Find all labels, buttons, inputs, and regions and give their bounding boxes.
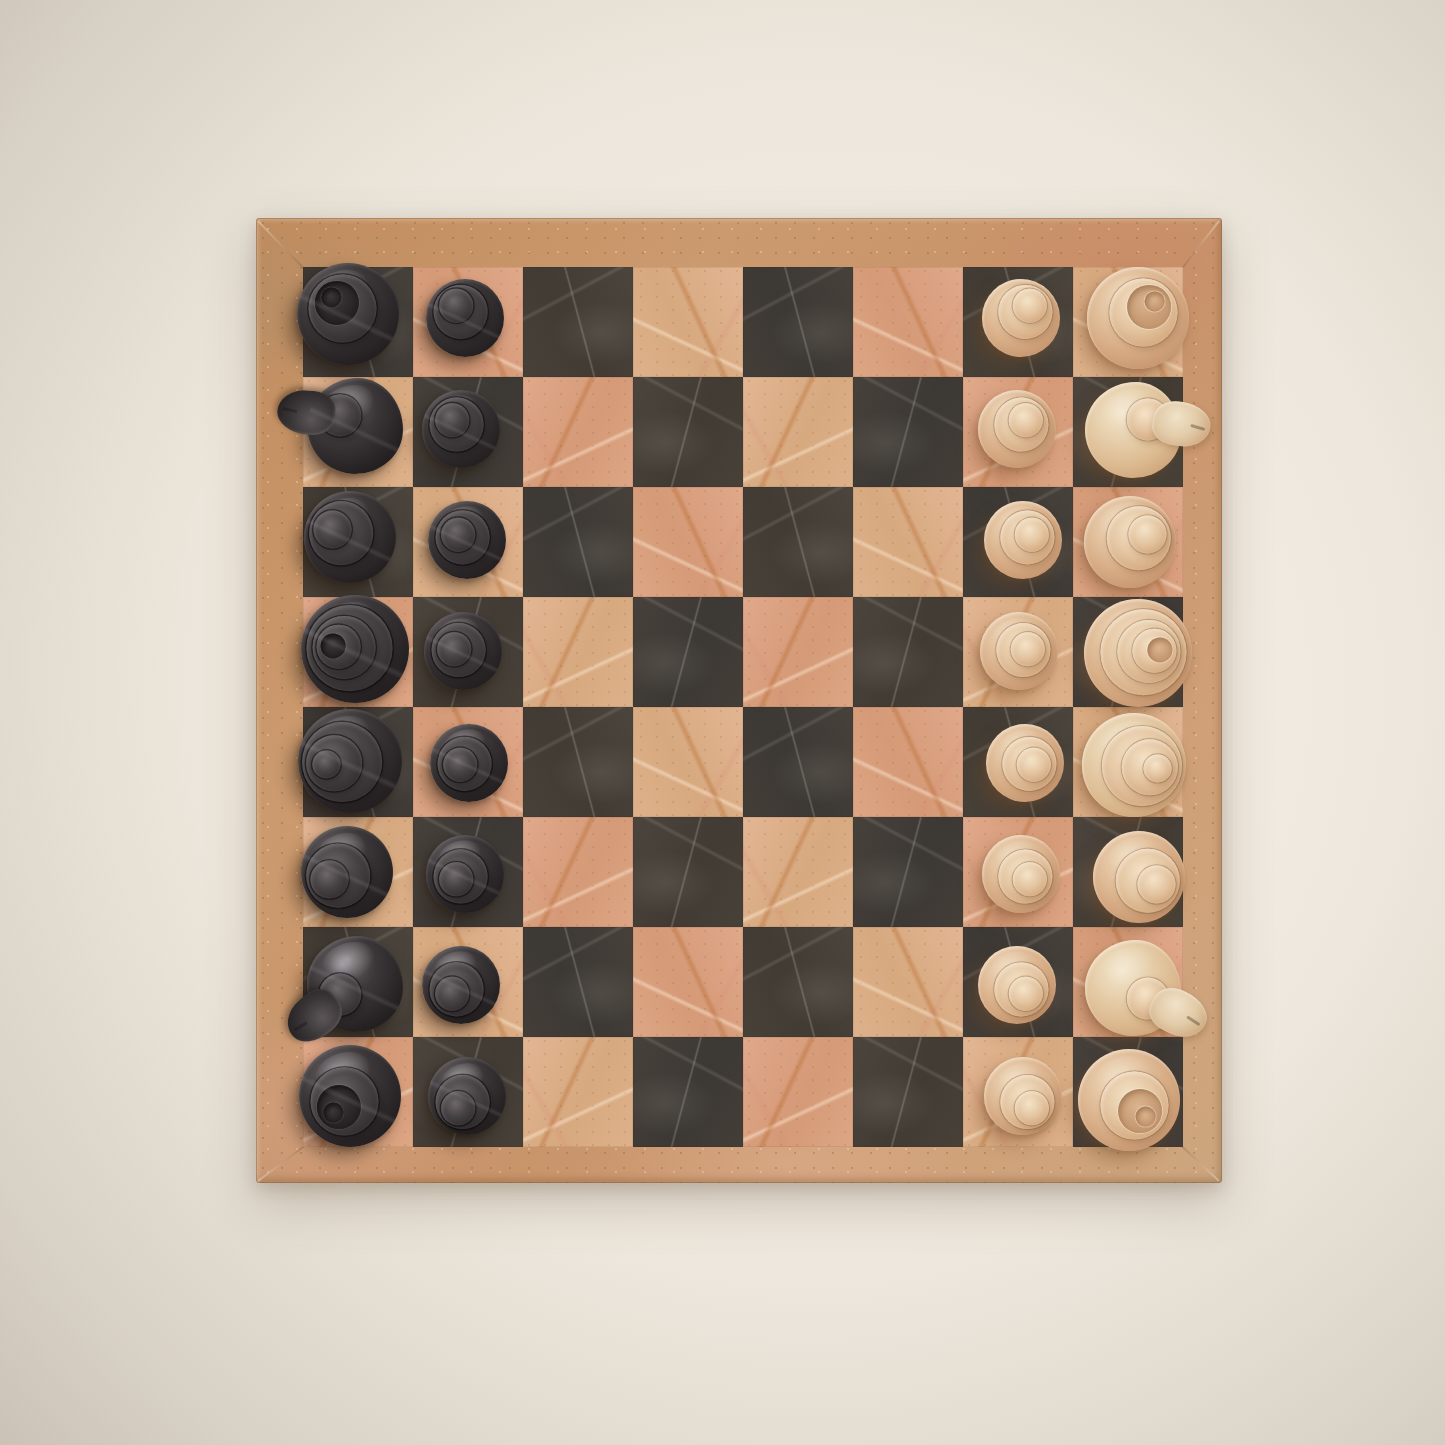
black-queen[interactable] [301, 595, 409, 703]
white-rook[interactable] [1087, 267, 1189, 369]
king-top-face [1144, 755, 1172, 783]
corner-bevel-top-right [1180, 220, 1220, 270]
corner-bevel-bottom-left [257, 1144, 306, 1182]
pawn-top-face [994, 398, 1048, 452]
knight-top-face [319, 394, 361, 436]
white-pawn[interactable] [980, 612, 1058, 690]
square-g4[interactable] [743, 927, 853, 1037]
white-queen[interactable] [1084, 599, 1192, 707]
square-f3[interactable] [853, 817, 963, 927]
square-a3[interactable] [853, 267, 963, 377]
pawn-top-face [998, 285, 1052, 339]
bishop-top-face [1107, 506, 1171, 570]
rook-top-face [1110, 279, 1178, 347]
king-top-face [302, 722, 382, 802]
black-pawn[interactable] [430, 724, 508, 802]
square-h4[interactable] [743, 1037, 853, 1147]
rook-top-face [317, 1085, 361, 1129]
queen-top-face [312, 616, 375, 679]
square-b5[interactable] [633, 377, 743, 487]
white-knight[interactable] [1085, 382, 1181, 478]
pawn-top-face [1013, 288, 1047, 322]
square-c5[interactable] [633, 487, 743, 597]
photo-backdrop: { "game": "chess", "scene": { "descripti… [0, 0, 1445, 1445]
pawn-top-face [998, 849, 1052, 903]
bishop-top-face [1128, 515, 1166, 553]
queen-top-face [1117, 620, 1180, 683]
pawn-top-face [441, 1092, 475, 1126]
knight-top-face [1127, 399, 1169, 441]
white-bishop[interactable] [1084, 496, 1176, 588]
pawn-top-face [437, 633, 471, 667]
pawn-top-face [1013, 862, 1047, 896]
white-pawn[interactable] [984, 1057, 1062, 1135]
square-a4[interactable] [743, 267, 853, 377]
knight-top-face [319, 973, 361, 1015]
rook-top-face [310, 1067, 378, 1135]
queen-top-face [320, 633, 345, 658]
pawn-top-face [435, 403, 469, 437]
square-f5[interactable] [633, 817, 743, 927]
bishop-top-face [307, 844, 371, 908]
pawn-top-face [444, 747, 478, 781]
pawn-top-face [994, 962, 1048, 1016]
bishop-top-face [313, 511, 351, 549]
pawn-top-face [438, 737, 492, 791]
black-pawn[interactable] [422, 390, 500, 468]
white-rook[interactable] [1078, 1049, 1180, 1151]
pawn-top-face [436, 511, 490, 565]
queen-top-face [316, 624, 360, 668]
square-h3[interactable] [853, 1037, 963, 1147]
queen-top-face [1147, 637, 1172, 662]
square-g6[interactable] [523, 927, 633, 1037]
pawn-top-face [1015, 1092, 1049, 1126]
square-h6[interactable] [523, 1037, 633, 1147]
black-king[interactable] [298, 709, 402, 813]
pawn-top-face [1008, 403, 1042, 437]
white-pawn[interactable] [982, 835, 1060, 913]
pawn-top-face [1001, 511, 1055, 565]
pawn-top-face [429, 962, 483, 1016]
black-knight[interactable] [307, 936, 403, 1032]
knight-top-face [1127, 978, 1169, 1020]
corner-bevel-top-left [257, 220, 304, 269]
queen-top-face [1100, 609, 1186, 695]
square-c6[interactable] [523, 487, 633, 597]
square-d4[interactable] [743, 597, 853, 707]
white-bishop[interactable] [1093, 831, 1185, 923]
square-g5[interactable] [633, 927, 743, 1037]
pawn-top-face [439, 288, 473, 322]
square-h5[interactable] [633, 1037, 743, 1147]
king-top-face [1122, 740, 1178, 796]
black-knight[interactable] [307, 378, 403, 474]
black-bishop[interactable] [301, 826, 393, 918]
square-b4[interactable] [743, 377, 853, 487]
pawn-top-face [429, 398, 483, 452]
square-f4[interactable] [743, 817, 853, 927]
square-d3[interactable] [853, 597, 963, 707]
white-pawn[interactable] [984, 501, 1062, 579]
bishop-top-face [1115, 849, 1179, 913]
rook-top-face [1101, 1072, 1169, 1140]
pawn-top-face [436, 1075, 490, 1129]
square-c3[interactable] [853, 487, 963, 597]
white-pawn[interactable] [982, 279, 1060, 357]
square-d6[interactable] [523, 597, 633, 707]
pawn-top-face [431, 623, 485, 677]
square-c4[interactable] [743, 487, 853, 597]
bishop-top-face [311, 861, 349, 899]
bishop-top-face [1137, 865, 1175, 903]
bishop-top-face [309, 501, 373, 565]
square-a6[interactable] [523, 267, 633, 377]
rook-top-face [1119, 1089, 1163, 1133]
black-pawn[interactable] [426, 279, 504, 357]
pawn-top-face [435, 977, 469, 1011]
black-pawn[interactable] [426, 835, 504, 913]
pawn-top-face [434, 285, 488, 339]
pawn-top-face [434, 849, 488, 903]
rook-top-face [323, 1102, 343, 1122]
square-e4[interactable] [743, 707, 853, 817]
rook-top-face [315, 281, 359, 325]
pawn-top-face [439, 862, 473, 896]
white-pawn[interactable] [978, 946, 1056, 1024]
rook-top-face [1127, 285, 1171, 329]
black-bishop[interactable] [304, 491, 396, 583]
pawn-top-face [1003, 737, 1057, 791]
black-pawn[interactable] [428, 1057, 506, 1135]
chess-board [256, 218, 1222, 1183]
pawn-top-face [996, 623, 1050, 677]
queen-top-face [306, 605, 392, 691]
square-e3[interactable] [853, 707, 963, 817]
white-knight[interactable] [1085, 940, 1181, 1036]
pawn-top-face [1008, 977, 1042, 1011]
king-top-face [1102, 726, 1182, 806]
square-b6[interactable] [523, 377, 633, 487]
white-pawn[interactable] [978, 390, 1056, 468]
rook-top-face [1136, 1107, 1156, 1127]
black-pawn[interactable] [422, 946, 500, 1024]
king-top-face [312, 750, 340, 778]
pawn-top-face [1001, 1075, 1055, 1129]
square-e6[interactable] [523, 707, 633, 817]
pawn-top-face [1011, 633, 1045, 667]
white-pawn[interactable] [986, 724, 1064, 802]
rook-top-face [1145, 292, 1165, 312]
black-rook[interactable] [299, 1045, 401, 1147]
square-d5[interactable] [633, 597, 743, 707]
pawn-top-face [1015, 518, 1049, 552]
square-b3[interactable] [853, 377, 963, 487]
square-f6[interactable] [523, 817, 633, 927]
square-a5[interactable] [633, 267, 743, 377]
black-pawn[interactable] [424, 612, 502, 690]
rook-top-face [321, 287, 341, 307]
square-g3[interactable] [853, 927, 963, 1037]
king-top-face [306, 735, 362, 791]
white-king[interactable] [1082, 713, 1186, 817]
queen-top-face [1132, 629, 1176, 673]
square-e5[interactable] [633, 707, 743, 817]
board-grid [303, 267, 1183, 1147]
rook-top-face [308, 274, 376, 342]
pawn-top-face [1017, 747, 1051, 781]
corner-bevel-bottom-right [1180, 1144, 1220, 1182]
black-pawn[interactable] [428, 501, 506, 579]
black-rook[interactable] [297, 263, 399, 365]
pawn-top-face [441, 518, 475, 552]
